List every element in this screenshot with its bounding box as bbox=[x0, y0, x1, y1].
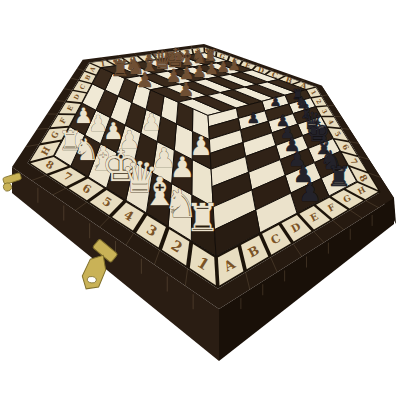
brown-pawn: ♟ bbox=[136, 69, 154, 92]
brown-rook: ♜ bbox=[110, 56, 130, 81]
white-rook: ♜ bbox=[186, 195, 221, 240]
black-pawn: ♟ bbox=[247, 109, 260, 126]
black-rook: ♜ bbox=[327, 161, 351, 192]
brown-pawn: ♟ bbox=[178, 79, 195, 100]
black-pawn: ♟ bbox=[298, 177, 321, 207]
black-pawn: ♟ bbox=[270, 94, 281, 109]
hexagonal-chessboard: 87654321ABCDEFGHHGFEDCBA12345678HGFEDCBA… bbox=[0, 0, 400, 400]
white-pawn: ♟ bbox=[141, 109, 161, 135]
three-player-chess-product-photo: 87654321ABCDEFGHHGFEDCBA12345678HGFEDCBA… bbox=[0, 0, 400, 400]
rim-stitch bbox=[328, 105, 335, 106]
